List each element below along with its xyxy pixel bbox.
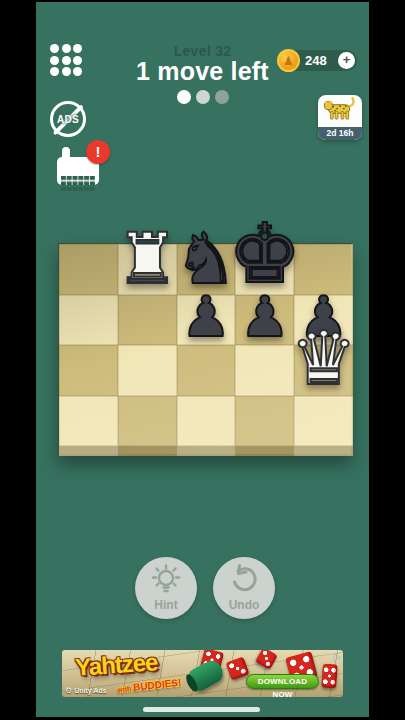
- add-coins-button[interactable]: +: [338, 52, 355, 69]
- hint-button[interactable]: Hint: [135, 557, 197, 619]
- board-edge-segment: [235, 446, 294, 456]
- phone-screen: Level 32 1 move left ♟ 248 + ADS !: [0, 0, 405, 720]
- board-square[interactable]: [177, 345, 236, 396]
- event-promo-card[interactable]: 2d 16h: [318, 95, 362, 140]
- coin-count: 248: [305, 53, 327, 68]
- undo-button[interactable]: Undo: [213, 557, 275, 619]
- black-king[interactable]: ♚: [235, 215, 294, 293]
- white-queen[interactable]: ♛: [294, 323, 353, 393]
- alert-badge: !: [86, 140, 110, 164]
- ad-banner[interactable]: Yahtzee withBUDDIES! DOWNLOAD NOW ⚙Unity…: [62, 650, 343, 697]
- app-background: Level 32 1 move left ♟ 248 + ADS !: [36, 2, 369, 717]
- progress-dot: [196, 90, 210, 104]
- board-edge-segment: [177, 446, 236, 456]
- unity-ads-watermark: ⚙Unity Ads: [65, 686, 107, 695]
- board-square[interactable]: [235, 345, 294, 396]
- leopard-icon: [320, 97, 360, 126]
- board-square[interactable]: [59, 396, 118, 447]
- board-square[interactable]: [118, 396, 177, 447]
- black-pawn[interactable]: ♟: [235, 290, 294, 343]
- board-edge: [59, 446, 353, 456]
- board-square[interactable]: [59, 345, 118, 396]
- lightbulb-icon: [148, 564, 184, 594]
- no-ads-label: ADS: [50, 101, 86, 137]
- undo-arrow-icon: [226, 564, 262, 594]
- coin-counter: ♟ 248 +: [279, 50, 357, 71]
- calendar-grid: [61, 176, 95, 191]
- white-rook[interactable]: ♜: [118, 226, 177, 293]
- download-now-button[interactable]: DOWNLOAD NOW: [246, 674, 319, 689]
- board-edge-segment: [118, 446, 177, 456]
- unity-gear-icon: ⚙: [65, 686, 72, 695]
- board-square[interactable]: [59, 295, 118, 346]
- undo-label: Undo: [213, 598, 275, 612]
- board-edge-segment: [294, 446, 353, 456]
- chess-board: ♜♞♚♟♟♟♛: [58, 243, 352, 455]
- progress-dot: [177, 90, 191, 104]
- black-knight[interactable]: ♞: [177, 226, 236, 293]
- daily-calendar-button[interactable]: !: [57, 147, 117, 187]
- no-ads-button[interactable]: ADS: [50, 101, 86, 137]
- ad-with: with: [117, 685, 132, 693]
- progress-dot: [215, 90, 229, 104]
- board-edge-segment: [59, 446, 118, 456]
- hint-label: Hint: [135, 598, 197, 612]
- board-square[interactable]: [177, 396, 236, 447]
- coin-icon: ♟: [277, 49, 300, 72]
- promo-timer: 2d 16h: [318, 127, 362, 140]
- unity-ads-text: Unity Ads: [74, 687, 106, 694]
- home-indicator[interactable]: [143, 707, 260, 712]
- dice-icon: [321, 664, 338, 689]
- ad-info-triangle-icon[interactable]: ▷: [333, 651, 341, 662]
- board-square[interactable]: [235, 396, 294, 447]
- board-square[interactable]: [118, 345, 177, 396]
- board-square[interactable]: [118, 295, 177, 346]
- board-square[interactable]: [294, 396, 353, 447]
- board-square[interactable]: [59, 244, 118, 295]
- black-pawn[interactable]: ♟: [177, 290, 236, 343]
